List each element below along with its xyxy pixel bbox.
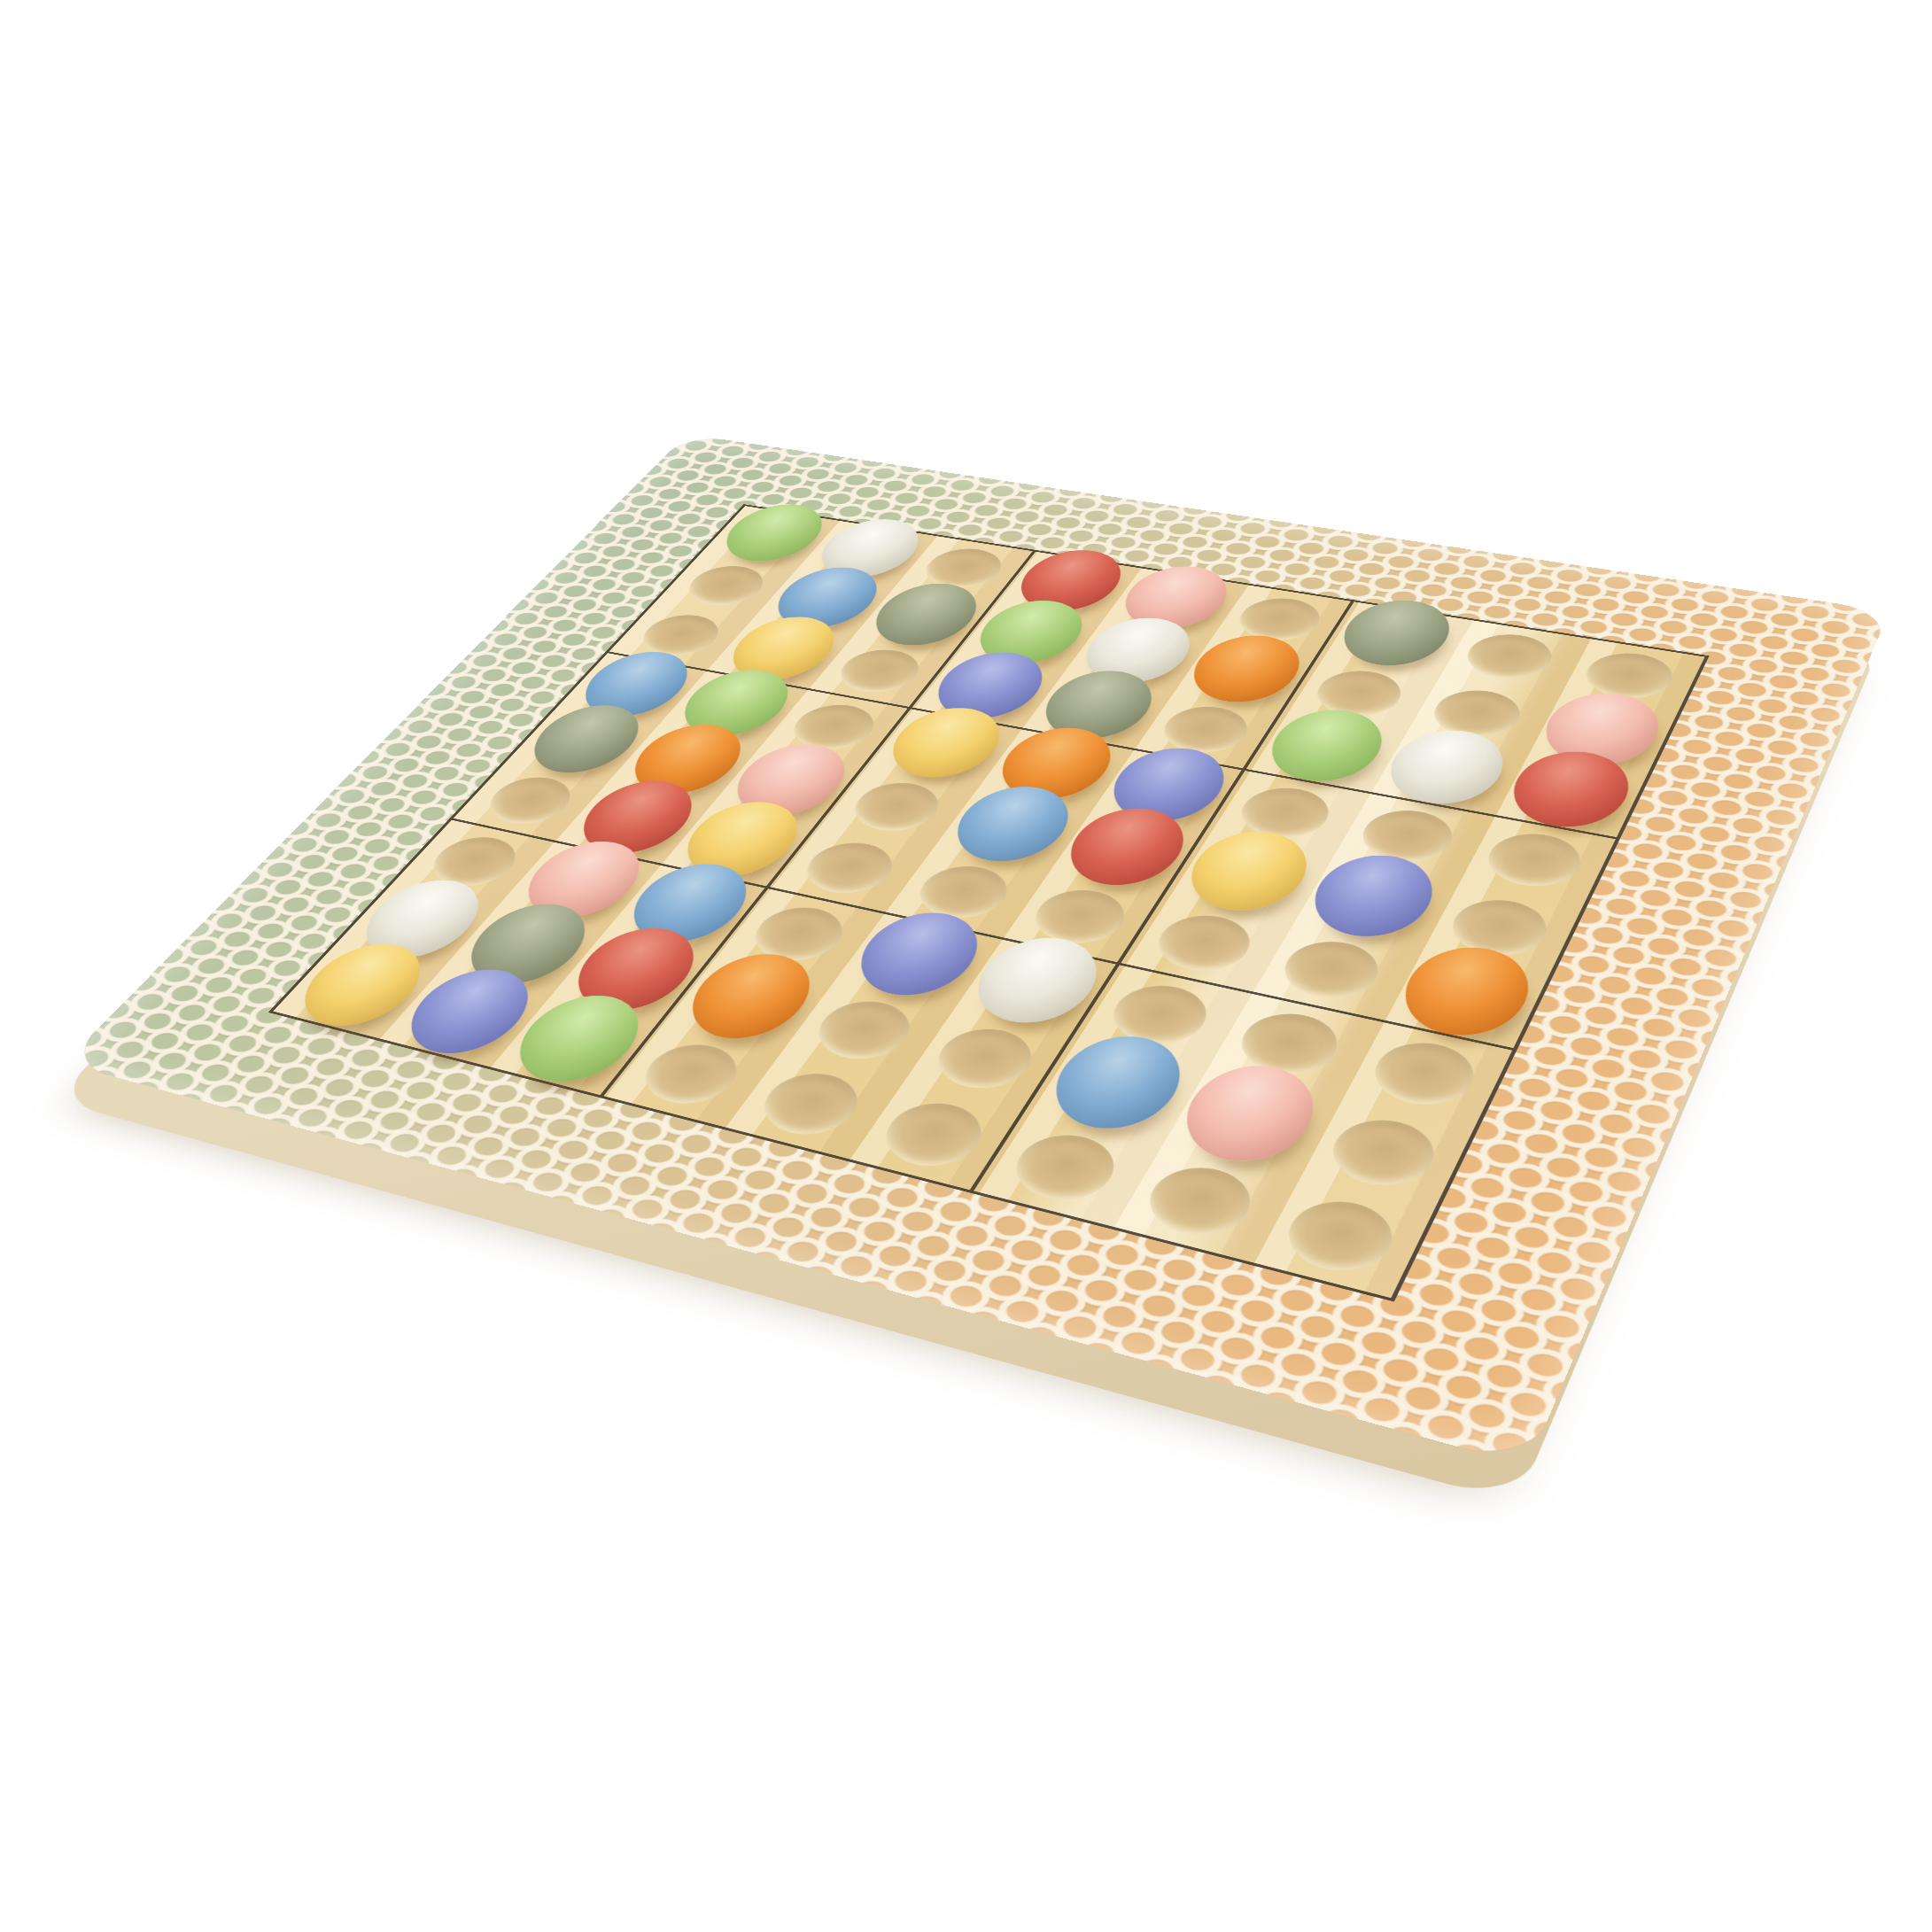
divot — [1457, 629, 1561, 684]
sudoku-board — [64, 434, 1889, 1466]
divot — [1275, 1192, 1405, 1281]
divot — [630, 1037, 752, 1113]
divot — [924, 1021, 1045, 1097]
divot — [1272, 935, 1390, 1006]
divot — [828, 645, 931, 698]
divot — [1478, 827, 1590, 894]
divot — [677, 562, 775, 609]
divot — [1001, 1127, 1128, 1209]
divot — [842, 777, 951, 837]
divot — [793, 836, 905, 900]
divot — [476, 772, 585, 830]
divot — [749, 1066, 873, 1143]
divot — [871, 1095, 996, 1175]
product-photo — [0, 0, 1932, 1932]
divot — [1320, 1112, 1447, 1195]
divot — [1362, 1035, 1485, 1113]
divot — [803, 994, 924, 1067]
divot — [1145, 909, 1261, 978]
divot — [1136, 1159, 1264, 1245]
